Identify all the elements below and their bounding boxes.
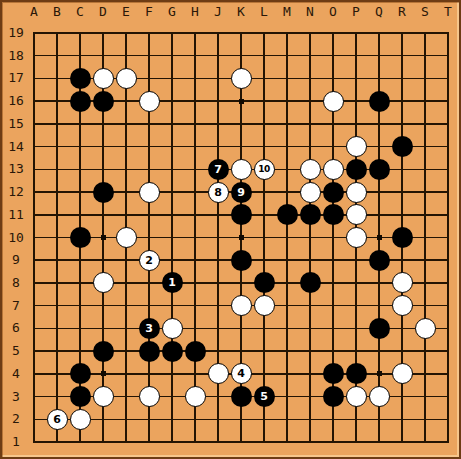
intersection-L5[interactable] bbox=[253, 340, 276, 363]
intersection-C19[interactable] bbox=[69, 22, 92, 45]
intersection-J10[interactable] bbox=[207, 226, 230, 249]
intersection-O12[interactable] bbox=[322, 181, 345, 204]
intersection-G4[interactable] bbox=[161, 362, 184, 385]
intersection-P11[interactable] bbox=[345, 203, 368, 226]
intersection-T18[interactable] bbox=[437, 44, 460, 67]
intersection-C18[interactable] bbox=[69, 44, 92, 67]
intersection-E1[interactable] bbox=[115, 431, 138, 454]
intersection-B6[interactable] bbox=[46, 317, 69, 340]
intersection-S18[interactable] bbox=[414, 44, 437, 67]
intersection-D19[interactable] bbox=[92, 22, 115, 45]
intersection-S12[interactable] bbox=[414, 181, 437, 204]
intersection-Q13[interactable] bbox=[368, 158, 391, 181]
intersection-E2[interactable] bbox=[115, 408, 138, 431]
intersection-K19[interactable] bbox=[230, 22, 253, 45]
intersection-J1[interactable] bbox=[207, 431, 230, 454]
intersection-G16[interactable] bbox=[161, 90, 184, 113]
intersection-H6[interactable] bbox=[184, 317, 207, 340]
intersection-A9[interactable] bbox=[23, 249, 46, 272]
intersection-D11[interactable] bbox=[92, 203, 115, 226]
intersection-F3[interactable] bbox=[138, 385, 161, 408]
intersection-S16[interactable] bbox=[414, 90, 437, 113]
intersection-D10[interactable] bbox=[92, 226, 115, 249]
intersection-H8[interactable] bbox=[184, 272, 207, 295]
intersection-H9[interactable] bbox=[184, 249, 207, 272]
intersection-S11[interactable] bbox=[414, 203, 437, 226]
intersection-S13[interactable] bbox=[414, 158, 437, 181]
intersection-Q8[interactable] bbox=[368, 272, 391, 295]
intersection-N19[interactable] bbox=[299, 22, 322, 45]
intersection-L11[interactable] bbox=[253, 203, 276, 226]
intersection-H18[interactable] bbox=[184, 44, 207, 67]
intersection-D15[interactable] bbox=[92, 113, 115, 136]
intersection-R14[interactable] bbox=[391, 135, 414, 158]
intersection-R16[interactable] bbox=[391, 90, 414, 113]
intersection-R8[interactable] bbox=[391, 272, 414, 295]
intersection-N3[interactable] bbox=[299, 385, 322, 408]
intersection-N1[interactable] bbox=[299, 431, 322, 454]
intersection-L12[interactable] bbox=[253, 181, 276, 204]
intersection-T1[interactable] bbox=[437, 431, 460, 454]
intersection-M13[interactable] bbox=[276, 158, 299, 181]
intersection-E18[interactable] bbox=[115, 44, 138, 67]
intersection-D3[interactable] bbox=[92, 385, 115, 408]
intersection-T3[interactable] bbox=[437, 385, 460, 408]
intersection-P10[interactable] bbox=[345, 226, 368, 249]
intersection-T2[interactable] bbox=[437, 408, 460, 431]
intersection-S7[interactable] bbox=[414, 294, 437, 317]
intersection-P17[interactable] bbox=[345, 67, 368, 90]
intersection-K12[interactable]: 9 bbox=[230, 181, 253, 204]
intersection-B14[interactable] bbox=[46, 135, 69, 158]
intersection-A16[interactable] bbox=[23, 90, 46, 113]
intersection-N9[interactable] bbox=[299, 249, 322, 272]
intersection-B15[interactable] bbox=[46, 113, 69, 136]
intersection-C4[interactable] bbox=[69, 362, 92, 385]
intersection-Q12[interactable] bbox=[368, 181, 391, 204]
intersection-G13[interactable] bbox=[161, 158, 184, 181]
intersection-A1[interactable] bbox=[23, 431, 46, 454]
intersection-K8[interactable] bbox=[230, 272, 253, 295]
intersection-J15[interactable] bbox=[207, 113, 230, 136]
intersection-A3[interactable] bbox=[23, 385, 46, 408]
intersection-H15[interactable] bbox=[184, 113, 207, 136]
intersection-H1[interactable] bbox=[184, 431, 207, 454]
intersection-M14[interactable] bbox=[276, 135, 299, 158]
intersection-K16[interactable] bbox=[230, 90, 253, 113]
intersection-T6[interactable] bbox=[437, 317, 460, 340]
intersection-O9[interactable] bbox=[322, 249, 345, 272]
intersection-P8[interactable] bbox=[345, 272, 368, 295]
intersection-T19[interactable] bbox=[437, 22, 460, 45]
intersection-T10[interactable] bbox=[437, 226, 460, 249]
intersection-E16[interactable] bbox=[115, 90, 138, 113]
intersection-A4[interactable] bbox=[23, 362, 46, 385]
intersection-D17[interactable] bbox=[92, 67, 115, 90]
intersection-Q16[interactable] bbox=[368, 90, 391, 113]
intersection-M19[interactable] bbox=[276, 22, 299, 45]
intersection-L4[interactable] bbox=[253, 362, 276, 385]
intersection-M8[interactable] bbox=[276, 272, 299, 295]
intersection-H14[interactable] bbox=[184, 135, 207, 158]
intersection-B18[interactable] bbox=[46, 44, 69, 67]
intersection-O8[interactable] bbox=[322, 272, 345, 295]
intersection-B8[interactable] bbox=[46, 272, 69, 295]
intersection-S10[interactable] bbox=[414, 226, 437, 249]
intersection-T4[interactable] bbox=[437, 362, 460, 385]
intersection-G10[interactable] bbox=[161, 226, 184, 249]
intersection-F2[interactable] bbox=[138, 408, 161, 431]
intersection-R11[interactable] bbox=[391, 203, 414, 226]
intersection-O5[interactable] bbox=[322, 340, 345, 363]
intersection-H5[interactable] bbox=[184, 340, 207, 363]
intersection-M9[interactable] bbox=[276, 249, 299, 272]
intersection-N18[interactable] bbox=[299, 44, 322, 67]
intersection-A13[interactable] bbox=[23, 158, 46, 181]
intersection-K18[interactable] bbox=[230, 44, 253, 67]
intersection-A7[interactable] bbox=[23, 294, 46, 317]
intersection-K4[interactable]: 4 bbox=[230, 362, 253, 385]
intersection-H17[interactable] bbox=[184, 67, 207, 90]
intersection-J9[interactable] bbox=[207, 249, 230, 272]
intersection-D14[interactable] bbox=[92, 135, 115, 158]
intersection-E12[interactable] bbox=[115, 181, 138, 204]
intersection-T15[interactable] bbox=[437, 113, 460, 136]
intersection-G9[interactable] bbox=[161, 249, 184, 272]
intersection-O6[interactable] bbox=[322, 317, 345, 340]
intersection-J8[interactable] bbox=[207, 272, 230, 295]
intersection-S6[interactable] bbox=[414, 317, 437, 340]
intersection-E10[interactable] bbox=[115, 226, 138, 249]
intersection-J14[interactable] bbox=[207, 135, 230, 158]
intersection-F1[interactable] bbox=[138, 431, 161, 454]
intersection-Q14[interactable] bbox=[368, 135, 391, 158]
intersection-H4[interactable] bbox=[184, 362, 207, 385]
intersection-Q18[interactable] bbox=[368, 44, 391, 67]
intersection-F19[interactable] bbox=[138, 22, 161, 45]
intersection-C13[interactable] bbox=[69, 158, 92, 181]
intersection-T17[interactable] bbox=[437, 67, 460, 90]
intersection-R19[interactable] bbox=[391, 22, 414, 45]
intersection-R18[interactable] bbox=[391, 44, 414, 67]
intersection-L16[interactable] bbox=[253, 90, 276, 113]
intersection-R4[interactable] bbox=[391, 362, 414, 385]
intersection-S17[interactable] bbox=[414, 67, 437, 90]
intersection-B9[interactable] bbox=[46, 249, 69, 272]
intersection-R17[interactable] bbox=[391, 67, 414, 90]
intersection-P2[interactable] bbox=[345, 408, 368, 431]
intersection-J4[interactable] bbox=[207, 362, 230, 385]
intersection-C10[interactable] bbox=[69, 226, 92, 249]
intersection-J6[interactable] bbox=[207, 317, 230, 340]
intersection-J19[interactable] bbox=[207, 22, 230, 45]
intersection-R2[interactable] bbox=[391, 408, 414, 431]
intersection-M12[interactable] bbox=[276, 181, 299, 204]
intersection-Q11[interactable] bbox=[368, 203, 391, 226]
intersection-S19[interactable] bbox=[414, 22, 437, 45]
intersection-F14[interactable] bbox=[138, 135, 161, 158]
intersection-N2[interactable] bbox=[299, 408, 322, 431]
intersection-R7[interactable] bbox=[391, 294, 414, 317]
intersection-S2[interactable] bbox=[414, 408, 437, 431]
intersection-E9[interactable] bbox=[115, 249, 138, 272]
intersection-K3[interactable] bbox=[230, 385, 253, 408]
intersection-S1[interactable] bbox=[414, 431, 437, 454]
intersection-K11[interactable] bbox=[230, 203, 253, 226]
intersection-S8[interactable] bbox=[414, 272, 437, 295]
intersection-J5[interactable] bbox=[207, 340, 230, 363]
intersection-B5[interactable] bbox=[46, 340, 69, 363]
intersection-P18[interactable] bbox=[345, 44, 368, 67]
intersection-M1[interactable] bbox=[276, 431, 299, 454]
intersection-N16[interactable] bbox=[299, 90, 322, 113]
intersection-O13[interactable] bbox=[322, 158, 345, 181]
intersection-N7[interactable] bbox=[299, 294, 322, 317]
intersection-H12[interactable] bbox=[184, 181, 207, 204]
intersection-A19[interactable] bbox=[23, 22, 46, 45]
intersection-T9[interactable] bbox=[437, 249, 460, 272]
intersection-D13[interactable] bbox=[92, 158, 115, 181]
intersection-J3[interactable] bbox=[207, 385, 230, 408]
intersection-M2[interactable] bbox=[276, 408, 299, 431]
intersection-E14[interactable] bbox=[115, 135, 138, 158]
intersection-C3[interactable] bbox=[69, 385, 92, 408]
intersection-D6[interactable] bbox=[92, 317, 115, 340]
intersection-B16[interactable] bbox=[46, 90, 69, 113]
intersection-N4[interactable] bbox=[299, 362, 322, 385]
intersection-G14[interactable] bbox=[161, 135, 184, 158]
intersection-B13[interactable] bbox=[46, 158, 69, 181]
intersection-C8[interactable] bbox=[69, 272, 92, 295]
intersection-M11[interactable] bbox=[276, 203, 299, 226]
intersection-R13[interactable] bbox=[391, 158, 414, 181]
intersection-K7[interactable] bbox=[230, 294, 253, 317]
intersection-E13[interactable] bbox=[115, 158, 138, 181]
intersection-F8[interactable] bbox=[138, 272, 161, 295]
intersection-K1[interactable] bbox=[230, 431, 253, 454]
intersection-P12[interactable] bbox=[345, 181, 368, 204]
intersection-G19[interactable] bbox=[161, 22, 184, 45]
intersection-E4[interactable] bbox=[115, 362, 138, 385]
intersection-F11[interactable] bbox=[138, 203, 161, 226]
intersection-C9[interactable] bbox=[69, 249, 92, 272]
intersection-D5[interactable] bbox=[92, 340, 115, 363]
intersection-L14[interactable] bbox=[253, 135, 276, 158]
intersection-T11[interactable] bbox=[437, 203, 460, 226]
intersection-E5[interactable] bbox=[115, 340, 138, 363]
intersection-P13[interactable] bbox=[345, 158, 368, 181]
intersection-O18[interactable] bbox=[322, 44, 345, 67]
intersection-A15[interactable] bbox=[23, 113, 46, 136]
intersection-G15[interactable] bbox=[161, 113, 184, 136]
intersection-H16[interactable] bbox=[184, 90, 207, 113]
intersection-G18[interactable] bbox=[161, 44, 184, 67]
intersection-A18[interactable] bbox=[23, 44, 46, 67]
intersection-T7[interactable] bbox=[437, 294, 460, 317]
intersection-G3[interactable] bbox=[161, 385, 184, 408]
intersection-S15[interactable] bbox=[414, 113, 437, 136]
intersection-F16[interactable] bbox=[138, 90, 161, 113]
intersection-O11[interactable] bbox=[322, 203, 345, 226]
intersection-E19[interactable] bbox=[115, 22, 138, 45]
intersection-S4[interactable] bbox=[414, 362, 437, 385]
intersection-C2[interactable] bbox=[69, 408, 92, 431]
intersection-O1[interactable] bbox=[322, 431, 345, 454]
intersection-D9[interactable] bbox=[92, 249, 115, 272]
intersection-G8[interactable]: 1 bbox=[161, 272, 184, 295]
intersection-Q15[interactable] bbox=[368, 113, 391, 136]
intersection-D18[interactable] bbox=[92, 44, 115, 67]
intersection-F6[interactable]: 3 bbox=[138, 317, 161, 340]
intersection-L8[interactable] bbox=[253, 272, 276, 295]
intersection-M4[interactable] bbox=[276, 362, 299, 385]
intersection-K14[interactable] bbox=[230, 135, 253, 158]
intersection-O7[interactable] bbox=[322, 294, 345, 317]
intersection-E7[interactable] bbox=[115, 294, 138, 317]
intersection-Q9[interactable] bbox=[368, 249, 391, 272]
intersection-H2[interactable] bbox=[184, 408, 207, 431]
intersection-L19[interactable] bbox=[253, 22, 276, 45]
intersection-M17[interactable] bbox=[276, 67, 299, 90]
intersection-A5[interactable] bbox=[23, 340, 46, 363]
intersection-E11[interactable] bbox=[115, 203, 138, 226]
intersection-C11[interactable] bbox=[69, 203, 92, 226]
intersection-K13[interactable] bbox=[230, 158, 253, 181]
intersection-Q7[interactable] bbox=[368, 294, 391, 317]
intersection-O10[interactable] bbox=[322, 226, 345, 249]
intersection-Q3[interactable] bbox=[368, 385, 391, 408]
intersection-L2[interactable] bbox=[253, 408, 276, 431]
intersection-M10[interactable] bbox=[276, 226, 299, 249]
intersection-L17[interactable] bbox=[253, 67, 276, 90]
intersection-N15[interactable] bbox=[299, 113, 322, 136]
intersection-R10[interactable] bbox=[391, 226, 414, 249]
intersection-F4[interactable] bbox=[138, 362, 161, 385]
intersection-R5[interactable] bbox=[391, 340, 414, 363]
intersection-K9[interactable] bbox=[230, 249, 253, 272]
intersection-A8[interactable] bbox=[23, 272, 46, 295]
intersection-P5[interactable] bbox=[345, 340, 368, 363]
intersection-R12[interactable] bbox=[391, 181, 414, 204]
intersection-L6[interactable] bbox=[253, 317, 276, 340]
intersection-J2[interactable] bbox=[207, 408, 230, 431]
intersection-T12[interactable] bbox=[437, 181, 460, 204]
intersection-J12[interactable]: 8 bbox=[207, 181, 230, 204]
intersection-B17[interactable] bbox=[46, 67, 69, 90]
intersection-P1[interactable] bbox=[345, 431, 368, 454]
intersection-M5[interactable] bbox=[276, 340, 299, 363]
intersection-L18[interactable] bbox=[253, 44, 276, 67]
intersection-F10[interactable] bbox=[138, 226, 161, 249]
intersection-F13[interactable] bbox=[138, 158, 161, 181]
intersection-P4[interactable] bbox=[345, 362, 368, 385]
intersection-R1[interactable] bbox=[391, 431, 414, 454]
intersection-E15[interactable] bbox=[115, 113, 138, 136]
intersection-K5[interactable] bbox=[230, 340, 253, 363]
intersection-O2[interactable] bbox=[322, 408, 345, 431]
intersection-G17[interactable] bbox=[161, 67, 184, 90]
intersection-C12[interactable] bbox=[69, 181, 92, 204]
intersection-H7[interactable] bbox=[184, 294, 207, 317]
intersection-P9[interactable] bbox=[345, 249, 368, 272]
intersection-M3[interactable] bbox=[276, 385, 299, 408]
intersection-L9[interactable] bbox=[253, 249, 276, 272]
intersection-D2[interactable] bbox=[92, 408, 115, 431]
intersection-B1[interactable] bbox=[46, 431, 69, 454]
intersection-Q19[interactable] bbox=[368, 22, 391, 45]
intersection-C6[interactable] bbox=[69, 317, 92, 340]
intersection-S9[interactable] bbox=[414, 249, 437, 272]
intersection-O16[interactable] bbox=[322, 90, 345, 113]
intersection-B7[interactable] bbox=[46, 294, 69, 317]
intersection-Q10[interactable] bbox=[368, 226, 391, 249]
intersection-N5[interactable] bbox=[299, 340, 322, 363]
intersection-A14[interactable] bbox=[23, 135, 46, 158]
intersection-G2[interactable] bbox=[161, 408, 184, 431]
intersection-C5[interactable] bbox=[69, 340, 92, 363]
intersection-D8[interactable] bbox=[92, 272, 115, 295]
intersection-G11[interactable] bbox=[161, 203, 184, 226]
intersection-R3[interactable] bbox=[391, 385, 414, 408]
intersection-N10[interactable] bbox=[299, 226, 322, 249]
intersection-M7[interactable] bbox=[276, 294, 299, 317]
intersection-B10[interactable] bbox=[46, 226, 69, 249]
intersection-A10[interactable] bbox=[23, 226, 46, 249]
intersection-P6[interactable] bbox=[345, 317, 368, 340]
intersection-F18[interactable] bbox=[138, 44, 161, 67]
intersection-G7[interactable] bbox=[161, 294, 184, 317]
intersection-A6[interactable] bbox=[23, 317, 46, 340]
intersection-L3[interactable]: 5 bbox=[253, 385, 276, 408]
intersection-T8[interactable] bbox=[437, 272, 460, 295]
intersection-N13[interactable] bbox=[299, 158, 322, 181]
intersection-C17[interactable] bbox=[69, 67, 92, 90]
intersection-B2[interactable]: 6 bbox=[46, 408, 69, 431]
intersection-K2[interactable] bbox=[230, 408, 253, 431]
intersection-O17[interactable] bbox=[322, 67, 345, 90]
intersection-K10[interactable] bbox=[230, 226, 253, 249]
intersection-Q4[interactable] bbox=[368, 362, 391, 385]
intersection-F15[interactable] bbox=[138, 113, 161, 136]
intersection-H11[interactable] bbox=[184, 203, 207, 226]
intersection-C16[interactable] bbox=[69, 90, 92, 113]
intersection-L13[interactable]: 10 bbox=[253, 158, 276, 181]
intersection-Q17[interactable] bbox=[368, 67, 391, 90]
intersection-D4[interactable] bbox=[92, 362, 115, 385]
intersection-G1[interactable] bbox=[161, 431, 184, 454]
intersection-D12[interactable] bbox=[92, 181, 115, 204]
intersection-J13[interactable]: 7 bbox=[207, 158, 230, 181]
intersection-H19[interactable] bbox=[184, 22, 207, 45]
intersection-B3[interactable] bbox=[46, 385, 69, 408]
intersection-N8[interactable] bbox=[299, 272, 322, 295]
intersection-J17[interactable] bbox=[207, 67, 230, 90]
intersection-M18[interactable] bbox=[276, 44, 299, 67]
intersection-R15[interactable] bbox=[391, 113, 414, 136]
intersection-J7[interactable] bbox=[207, 294, 230, 317]
intersection-P14[interactable] bbox=[345, 135, 368, 158]
intersection-S14[interactable] bbox=[414, 135, 437, 158]
intersection-A11[interactable] bbox=[23, 203, 46, 226]
intersection-Q6[interactable] bbox=[368, 317, 391, 340]
intersection-F5[interactable] bbox=[138, 340, 161, 363]
intersection-O4[interactable] bbox=[322, 362, 345, 385]
intersection-S3[interactable] bbox=[414, 385, 437, 408]
intersection-Q2[interactable] bbox=[368, 408, 391, 431]
intersection-O19[interactable] bbox=[322, 22, 345, 45]
intersection-C15[interactable] bbox=[69, 113, 92, 136]
intersection-G6[interactable] bbox=[161, 317, 184, 340]
